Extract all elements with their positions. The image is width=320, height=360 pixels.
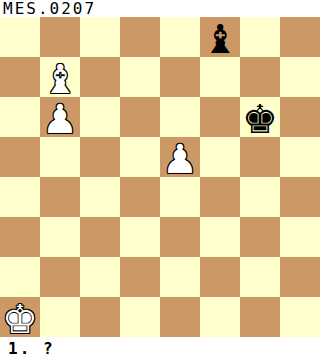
square-h7[interactable] xyxy=(280,57,320,97)
square-c5[interactable] xyxy=(80,137,120,177)
square-c7[interactable] xyxy=(80,57,120,97)
black-king: ♚ xyxy=(240,99,280,139)
square-d2[interactable] xyxy=(120,257,160,297)
square-g6[interactable]: ♚ xyxy=(240,97,280,137)
square-c6[interactable] xyxy=(80,97,120,137)
square-f8[interactable]: ♝ xyxy=(200,17,240,57)
square-e8[interactable] xyxy=(160,17,200,57)
black-bishop: ♝ xyxy=(200,19,240,59)
square-f5[interactable] xyxy=(200,137,240,177)
square-a6[interactable] xyxy=(0,97,40,137)
square-e3[interactable] xyxy=(160,217,200,257)
square-h4[interactable] xyxy=(280,177,320,217)
square-a7[interactable] xyxy=(0,57,40,97)
square-c4[interactable] xyxy=(80,177,120,217)
square-c8[interactable] xyxy=(80,17,120,57)
square-f4[interactable] xyxy=(200,177,240,217)
square-b7[interactable]: ♝ xyxy=(40,57,80,97)
white-pawn: ♟ xyxy=(160,139,200,179)
square-e2[interactable] xyxy=(160,257,200,297)
chess-board: ♝♝♟♚♟♚ xyxy=(0,17,320,337)
square-d4[interactable] xyxy=(120,177,160,217)
square-b6[interactable]: ♟ xyxy=(40,97,80,137)
move-prompt: 1. ? xyxy=(0,337,320,360)
square-a5[interactable] xyxy=(0,137,40,177)
square-g1[interactable] xyxy=(240,297,280,337)
square-a8[interactable] xyxy=(0,17,40,57)
square-e7[interactable] xyxy=(160,57,200,97)
square-e4[interactable] xyxy=(160,177,200,217)
square-a4[interactable] xyxy=(0,177,40,217)
white-king: ♚ xyxy=(0,299,40,339)
square-d8[interactable] xyxy=(120,17,160,57)
square-c3[interactable] xyxy=(80,217,120,257)
square-a2[interactable] xyxy=(0,257,40,297)
square-g4[interactable] xyxy=(240,177,280,217)
puzzle-title: MES.0207 xyxy=(0,0,320,17)
square-h6[interactable] xyxy=(280,97,320,137)
square-a3[interactable] xyxy=(0,217,40,257)
square-h3[interactable] xyxy=(280,217,320,257)
square-d7[interactable] xyxy=(120,57,160,97)
square-e6[interactable] xyxy=(160,97,200,137)
square-g7[interactable] xyxy=(240,57,280,97)
square-d5[interactable] xyxy=(120,137,160,177)
white-bishop: ♝ xyxy=(40,59,80,99)
square-c1[interactable] xyxy=(80,297,120,337)
square-a1[interactable]: ♚ xyxy=(0,297,40,337)
square-h1[interactable] xyxy=(280,297,320,337)
square-g5[interactable] xyxy=(240,137,280,177)
square-d3[interactable] xyxy=(120,217,160,257)
square-f7[interactable] xyxy=(200,57,240,97)
square-c2[interactable] xyxy=(80,257,120,297)
square-b4[interactable] xyxy=(40,177,80,217)
square-b5[interactable] xyxy=(40,137,80,177)
square-b1[interactable] xyxy=(40,297,80,337)
chess-puzzle-page: MES.0207 ♝♝♟♚♟♚ 1. ? xyxy=(0,0,320,360)
square-b8[interactable] xyxy=(40,17,80,57)
square-f6[interactable] xyxy=(200,97,240,137)
square-f2[interactable] xyxy=(200,257,240,297)
white-pawn: ♟ xyxy=(40,99,80,139)
square-h5[interactable] xyxy=(280,137,320,177)
square-b2[interactable] xyxy=(40,257,80,297)
square-h8[interactable] xyxy=(280,17,320,57)
square-f3[interactable] xyxy=(200,217,240,257)
square-e1[interactable] xyxy=(160,297,200,337)
square-e5[interactable]: ♟ xyxy=(160,137,200,177)
square-d6[interactable] xyxy=(120,97,160,137)
square-g8[interactable] xyxy=(240,17,280,57)
square-g3[interactable] xyxy=(240,217,280,257)
square-d1[interactable] xyxy=(120,297,160,337)
square-g2[interactable] xyxy=(240,257,280,297)
square-h2[interactable] xyxy=(280,257,320,297)
square-b3[interactable] xyxy=(40,217,80,257)
square-f1[interactable] xyxy=(200,297,240,337)
